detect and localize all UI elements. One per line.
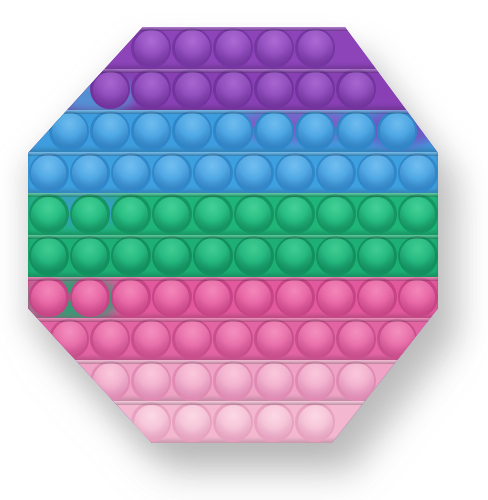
bubble-socket (234, 277, 274, 317)
bubble-unpopped[interactable] (298, 363, 333, 398)
bubble-unpopped[interactable] (175, 405, 210, 440)
bubble-socket (213, 69, 253, 109)
bubble-socket (275, 236, 315, 276)
bubble-socket (213, 361, 253, 401)
bubble-socket (295, 111, 335, 151)
bubble-socket (70, 277, 110, 317)
bubble-unpopped[interactable] (318, 280, 353, 315)
bubble-socket (357, 236, 397, 276)
bubble-unpopped[interactable] (318, 155, 353, 190)
bubble-socket (357, 153, 397, 193)
bubble-unpopped[interactable] (359, 155, 394, 190)
bubble-row-purple (28, 27, 438, 69)
bubble-unpopped[interactable] (31, 197, 66, 232)
bubble-unpopped[interactable] (31, 155, 66, 190)
bubble-unpopped[interactable] (339, 113, 374, 148)
bubble-socket (90, 69, 130, 109)
bubble-unpopped[interactable] (277, 155, 312, 190)
bubble-unpopped[interactable] (72, 280, 107, 315)
bubble-socket (193, 194, 233, 234)
bubble-socket (357, 277, 397, 317)
bubble-unpopped[interactable] (298, 321, 333, 356)
bubble-socket (131, 111, 171, 151)
bubble-socket (111, 194, 151, 234)
bubble-socket (152, 194, 192, 234)
bubble-unpopped[interactable] (93, 72, 128, 107)
bubble-unpopped[interactable] (380, 321, 415, 356)
bubble-unpopped[interactable] (134, 363, 169, 398)
bubble-unpopped[interactable] (175, 113, 210, 148)
bubble-socket (29, 277, 69, 317)
bubble-socket (172, 111, 212, 151)
bubble-socket (49, 111, 89, 151)
bubble-unpopped[interactable] (400, 197, 435, 232)
bubble-unpopped[interactable] (93, 363, 128, 398)
bubble-socket (172, 28, 212, 68)
bubble-unpopped[interactable] (113, 280, 148, 315)
bubble-socket (316, 236, 356, 276)
bubble-socket (70, 194, 110, 234)
bubble-unpopped[interactable] (31, 280, 66, 315)
bubble-socket (193, 277, 233, 317)
bubble-socket (111, 277, 151, 317)
bubble-socket (213, 402, 253, 442)
bubble-socket (275, 277, 315, 317)
bubble-socket (254, 319, 294, 359)
bubble-unpopped[interactable] (400, 155, 435, 190)
bubble-unpopped[interactable] (318, 197, 353, 232)
bubble-unpopped[interactable] (175, 363, 210, 398)
bubble-socket (275, 153, 315, 193)
bubble-unpopped[interactable] (216, 405, 251, 440)
bubble-socket (316, 277, 356, 317)
bubble-socket (172, 69, 212, 109)
bubble-unpopped[interactable] (134, 30, 169, 65)
bubble-unpopped[interactable] (134, 72, 169, 107)
bubble-unpopped[interactable] (175, 72, 210, 107)
bubble-unpopped[interactable] (277, 280, 312, 315)
bubble-socket (295, 28, 335, 68)
bubble-socket (213, 111, 253, 151)
bubble-unpopped[interactable] (380, 113, 415, 148)
bubble-socket (398, 277, 438, 317)
bubble-socket (316, 194, 356, 234)
bubble-unpopped[interactable] (72, 155, 107, 190)
bubble-unpopped[interactable] (216, 72, 251, 107)
bubble-socket (234, 194, 274, 234)
bubble-unpopped[interactable] (72, 238, 107, 273)
bubble-unpopped[interactable] (257, 72, 292, 107)
bubble-unpopped[interactable] (52, 321, 87, 356)
bubble-unpopped[interactable] (359, 197, 394, 232)
bubble-unpopped[interactable] (113, 238, 148, 273)
bubble-unpopped[interactable] (257, 321, 292, 356)
bubble-unpopped[interactable] (298, 30, 333, 65)
bubble-socket (29, 236, 69, 276)
bubble-unpopped[interactable] (236, 280, 271, 315)
bubble-socket (29, 153, 69, 193)
bubble-unpopped[interactable] (31, 238, 66, 273)
bubble-socket (90, 361, 130, 401)
bubble-socket (254, 69, 294, 109)
bubble-unpopped[interactable] (257, 363, 292, 398)
bubble-unpopped[interactable] (298, 405, 333, 440)
bubble-unpopped[interactable] (195, 155, 230, 190)
bubble-socket (295, 69, 335, 109)
bubble-unpopped[interactable] (339, 363, 374, 398)
bubble-unpopped[interactable] (257, 113, 292, 148)
bubble-unpopped[interactable] (216, 363, 251, 398)
bubble-socket (336, 319, 376, 359)
bubble-unpopped[interactable] (359, 280, 394, 315)
bubble-unpopped[interactable] (134, 321, 169, 356)
bubble-unpopped[interactable] (195, 280, 230, 315)
bubble-unpopped[interactable] (277, 197, 312, 232)
bubble-unpopped[interactable] (134, 113, 169, 148)
bubble-socket (152, 153, 192, 193)
bubble-unpopped[interactable] (93, 321, 128, 356)
bubble-unpopped[interactable] (175, 321, 210, 356)
bubble-unpopped[interactable] (359, 238, 394, 273)
bubble-socket (234, 236, 274, 276)
bubble-socket (213, 319, 253, 359)
bubble-socket (398, 153, 438, 193)
bubble-socket (131, 361, 171, 401)
bubble-unpopped[interactable] (154, 155, 189, 190)
bubble-unpopped[interactable] (113, 197, 148, 232)
bubble-socket (172, 361, 212, 401)
bubble-unpopped[interactable] (216, 321, 251, 356)
bubble-unpopped[interactable] (195, 197, 230, 232)
bubble-socket (172, 402, 212, 442)
bubble-socket (357, 194, 397, 234)
bubble-unpopped[interactable] (339, 72, 374, 107)
bubble-unpopped[interactable] (257, 405, 292, 440)
bubble-unpopped[interactable] (298, 72, 333, 107)
bubble-row-pink (28, 318, 438, 360)
bubble-unpopped[interactable] (277, 238, 312, 273)
bubble-unpopped[interactable] (257, 30, 292, 65)
bubble-socket (213, 28, 253, 68)
bubble-socket (152, 277, 192, 317)
bubble-socket (398, 236, 438, 276)
bubble-row-blue (28, 152, 438, 194)
bubble-socket (29, 194, 69, 234)
bubble-socket (193, 153, 233, 193)
bubble-unpopped[interactable] (195, 238, 230, 273)
bubble-socket (193, 236, 233, 276)
bubble-socket (131, 28, 171, 68)
bubble-socket (234, 153, 274, 193)
bubble-socket (254, 28, 294, 68)
bubble-socket (111, 236, 151, 276)
bubble-socket (336, 69, 376, 109)
bubble-socket (70, 153, 110, 193)
bubble-unpopped[interactable] (318, 238, 353, 273)
bubble-unpopped[interactable] (72, 197, 107, 232)
pop-it-toy (28, 27, 438, 443)
bubble-unpopped[interactable] (52, 113, 87, 148)
bubble-socket (254, 111, 294, 151)
bubble-socket (316, 153, 356, 193)
bubble-socket (377, 111, 417, 151)
bubble-socket (295, 402, 335, 442)
bubble-socket (152, 236, 192, 276)
bubble-socket (254, 402, 294, 442)
bubble-socket (90, 319, 130, 359)
bubble-socket (398, 194, 438, 234)
bubble-unpopped[interactable] (236, 155, 271, 190)
bubble-socket (70, 236, 110, 276)
bubble-socket (172, 319, 212, 359)
bubble-socket (275, 194, 315, 234)
bubble-socket (336, 361, 376, 401)
bubble-unpopped[interactable] (236, 238, 271, 273)
bubble-socket (295, 361, 335, 401)
bubble-unpopped[interactable] (298, 113, 333, 148)
bubble-socket (90, 111, 130, 151)
bubble-unpopped[interactable] (93, 113, 128, 148)
bubble-unpopped[interactable] (216, 30, 251, 65)
bubble-unpopped[interactable] (400, 280, 435, 315)
bubble-socket (131, 319, 171, 359)
photo-background (0, 0, 488, 500)
bubble-socket (131, 69, 171, 109)
bubble-unpopped[interactable] (339, 321, 374, 356)
bubble-row-green (28, 235, 438, 277)
bubble-unpopped[interactable] (236, 197, 271, 232)
bubble-row-pale-pink (28, 401, 438, 443)
bubble-socket (49, 319, 89, 359)
bubble-unpopped[interactable] (216, 113, 251, 148)
bubble-row-purple (28, 69, 438, 111)
bubble-socket (131, 402, 171, 442)
toy-drop-shadow (28, 27, 438, 443)
bubble-socket (254, 361, 294, 401)
bubble-socket (336, 111, 376, 151)
bubble-unpopped[interactable] (154, 238, 189, 273)
bubble-row-blue (28, 110, 438, 152)
bubble-socket (377, 319, 417, 359)
bubble-unpopped[interactable] (113, 155, 148, 190)
bubble-socket (111, 153, 151, 193)
bubble-row-green (28, 193, 438, 235)
bubble-unpopped[interactable] (154, 197, 189, 232)
bubble-unpopped[interactable] (154, 280, 189, 315)
bubble-unpopped[interactable] (175, 30, 210, 65)
bubble-unpopped[interactable] (134, 405, 169, 440)
bubble-unpopped[interactable] (400, 238, 435, 273)
bubble-row-light-pink (28, 360, 438, 402)
bubble-socket (295, 319, 335, 359)
bubble-row-magenta-pink (28, 277, 438, 319)
